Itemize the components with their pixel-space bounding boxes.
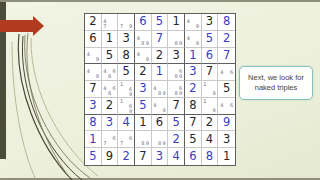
pencil-marks: 49 xyxy=(185,14,201,30)
cell-r6c6[interactable]: 7 xyxy=(168,98,185,115)
cell-r8c5[interactable]: 89 xyxy=(152,131,169,148)
pencil-marks: 689 xyxy=(168,81,184,97)
solved-digit: 1 xyxy=(156,66,163,78)
solved-digit: 5 xyxy=(156,16,163,28)
pencil-marks: 67 xyxy=(118,131,134,147)
solved-digit: 9 xyxy=(223,117,230,129)
solved-digit: 6 xyxy=(189,151,196,163)
cell-r5c3[interactable]: 169 xyxy=(118,81,135,98)
cell-r9c8[interactable]: 8 xyxy=(202,148,219,165)
cell-r7c7[interactable]: 7 xyxy=(185,115,202,132)
solved-digit: 8 xyxy=(206,151,213,163)
pencil-marks: 169 xyxy=(118,81,134,97)
solved-digit: 2 xyxy=(172,134,179,146)
cell-r8c7[interactable]: 5 xyxy=(185,131,202,148)
cell-r5c2[interactable]: 468 xyxy=(102,81,119,98)
cell-r5c6[interactable]: 689 xyxy=(168,81,185,98)
given-digit: 2 xyxy=(139,66,146,78)
cell-r6c9[interactable]: 46 xyxy=(218,98,235,115)
cell-r4c7[interactable]: 3 xyxy=(185,64,202,81)
given-digit: 2 xyxy=(89,16,96,28)
cell-r3c4[interactable]: 49 xyxy=(135,48,152,65)
cell-r5c4[interactable]: 3 xyxy=(135,81,152,98)
given-digit: 3 xyxy=(223,134,230,146)
cell-r3c8[interactable]: 6 xyxy=(202,48,219,65)
solved-digit: 5 xyxy=(139,100,146,112)
cell-r1c7[interactable]: 49 xyxy=(185,14,202,31)
cell-r7c5[interactable]: 6 xyxy=(152,115,169,132)
pencil-marks: 19 xyxy=(202,81,218,97)
cell-r3c1[interactable]: 49 xyxy=(85,48,102,65)
cell-r6c3[interactable]: 169 xyxy=(118,98,135,115)
cell-r7c9[interactable]: 9 xyxy=(218,115,235,132)
given-digit: 8 xyxy=(189,100,196,112)
pencil-marks: 46 xyxy=(218,98,235,114)
given-digit: 7 xyxy=(206,66,213,78)
cell-r3c2[interactable]: 5 xyxy=(102,48,119,65)
given-digit: 2 xyxy=(106,100,113,112)
cell-r3c6[interactable]: 3 xyxy=(168,48,185,65)
given-digit: 8 xyxy=(122,50,129,62)
solved-digit: 3 xyxy=(156,151,163,163)
given-digit: 3 xyxy=(172,50,179,62)
solved-digit: 3 xyxy=(189,66,196,78)
cell-r2c3[interactable]: 3 xyxy=(118,31,135,48)
pencil-marks: 489 xyxy=(135,31,151,47)
given-digit: 7 xyxy=(89,83,96,95)
cell-r4c9[interactable]: 46 xyxy=(218,64,235,81)
given-digit: 3 xyxy=(122,33,129,45)
cell-r3c9[interactable]: 7 xyxy=(218,48,235,65)
pencil-marks: 169 xyxy=(118,98,134,114)
solved-digit: 1 xyxy=(89,134,96,146)
cell-r6c2[interactable]: 2 xyxy=(102,98,119,115)
cell-r1c9[interactable]: 8 xyxy=(218,14,235,31)
cell-r9c9[interactable]: 1 xyxy=(218,148,235,165)
given-digit: 7 xyxy=(172,100,179,112)
pencil-marks: 49 xyxy=(135,48,151,64)
cell-r2c6[interactable]: 89 xyxy=(168,31,185,48)
given-digit: 4 xyxy=(206,134,213,146)
cell-r4c2[interactable]: 468 xyxy=(102,64,119,81)
solved-digit: 6 xyxy=(206,50,213,62)
cell-r6c1[interactable]: 3 xyxy=(85,98,102,115)
cell-r9c4[interactable]: 7 xyxy=(135,148,152,165)
cell-r1c4[interactable]: 6 xyxy=(135,14,152,31)
cell-r6c8[interactable]: 19 xyxy=(202,98,219,115)
cell-r6c4[interactable]: 5 xyxy=(135,98,152,115)
given-digit: 5 xyxy=(189,134,196,146)
cell-r8c1[interactable]: 1 xyxy=(85,131,102,148)
cell-r4c4[interactable]: 2 xyxy=(135,64,152,81)
solved-digit: 2 xyxy=(122,151,129,163)
cell-r1c3[interactable]: 79 xyxy=(118,14,135,31)
given-digit: 7 xyxy=(189,117,196,129)
cell-r6c5[interactable]: 49 xyxy=(152,98,169,115)
cell-r8c8[interactable]: 4 xyxy=(202,131,219,148)
solved-digit: 2 xyxy=(189,83,196,95)
cell-r1c6[interactable]: 1 xyxy=(168,14,185,31)
pencil-marks: 468 xyxy=(102,64,118,80)
solved-digit: 6 xyxy=(139,16,146,28)
pencil-marks: 19 xyxy=(202,98,218,114)
cell-r2c1[interactable]: 6 xyxy=(85,31,102,48)
cell-r7c6[interactable]: 5 xyxy=(168,115,185,132)
pencil-marks: 67 xyxy=(102,131,118,147)
solved-digit: 3 xyxy=(106,117,113,129)
given-digit: 2 xyxy=(156,50,163,62)
cell-r4c5[interactable]: 1 xyxy=(152,64,169,81)
given-digit: 2 xyxy=(206,117,213,129)
given-digit: 9 xyxy=(106,151,113,163)
cell-r7c8[interactable]: 2 xyxy=(202,115,219,132)
cell-r8c9[interactable]: 3 xyxy=(218,131,235,148)
pencil-marks: 89 xyxy=(168,31,184,47)
cell-r9c7[interactable]: 6 xyxy=(185,148,202,165)
given-digit: 3 xyxy=(206,16,213,28)
cell-r2c5[interactable]: 7 xyxy=(152,31,169,48)
pencil-marks: 79 xyxy=(118,14,134,30)
pencil-marks: 89 xyxy=(152,131,168,147)
cell-r3c5[interactable]: 2 xyxy=(152,48,169,65)
cell-r8c4[interactable]: 89 xyxy=(135,131,152,148)
pencil-marks: 89 xyxy=(135,131,151,147)
cell-r4c1[interactable]: 49 xyxy=(85,64,102,81)
cell-r7c3[interactable]: 4 xyxy=(118,115,135,132)
cell-r1c2[interactable]: 47 xyxy=(102,14,119,31)
given-digit: 5 xyxy=(106,50,113,62)
given-digit: 1 xyxy=(172,16,179,28)
pencil-marks: 689 xyxy=(168,64,184,80)
given-digit: 1 xyxy=(139,117,146,129)
cell-r4c6[interactable]: 689 xyxy=(168,64,185,81)
solved-digit: 7 xyxy=(156,33,163,45)
callout: Next, we look for naked triples xyxy=(239,66,313,100)
solved-digit: 3 xyxy=(139,83,146,95)
solved-digit: 5 xyxy=(206,33,213,45)
solved-digit: 4 xyxy=(172,151,179,163)
cell-r7c1[interactable]: 8 xyxy=(85,115,102,132)
pencil-marks: 49 xyxy=(85,48,101,64)
cell-r7c4[interactable]: 1 xyxy=(135,115,152,132)
cell-r4c8[interactable]: 7 xyxy=(202,64,219,81)
given-digit: 5 xyxy=(223,83,230,95)
pencil-marks: 49 xyxy=(85,64,101,80)
cell-r1c1[interactable]: 2 xyxy=(85,14,102,31)
cell-r2c9[interactable]: 2 xyxy=(218,31,235,48)
cell-r5c9[interactable]: 5 xyxy=(218,81,235,98)
cell-r2c2[interactable]: 1 xyxy=(102,31,119,48)
solved-digit: 3 xyxy=(89,100,96,112)
cell-r3c7[interactable]: 1 xyxy=(185,48,202,65)
cell-r9c1[interactable]: 5 xyxy=(85,148,102,165)
cell-r2c4[interactable]: 489 xyxy=(135,31,152,48)
solved-digit: 5 xyxy=(89,151,96,163)
cell-r6c7[interactable]: 8 xyxy=(185,98,202,115)
solved-digit: 8 xyxy=(89,117,96,129)
solved-digit: 4 xyxy=(122,117,129,129)
pencil-marks: 49 xyxy=(185,31,201,47)
given-digit: 1 xyxy=(106,33,113,45)
cell-r5c8[interactable]: 19 xyxy=(202,81,219,98)
cell-r9c5[interactable]: 3 xyxy=(152,148,169,165)
cell-r2c7[interactable]: 49 xyxy=(185,31,202,48)
given-digit: 6 xyxy=(89,33,96,45)
solved-digit: 7 xyxy=(223,50,230,62)
cell-r9c3[interactable]: 2 xyxy=(118,148,135,165)
given-digit: 6 xyxy=(156,117,163,129)
cell-r2c8[interactable]: 5 xyxy=(202,31,219,48)
pencil-marks: 46 xyxy=(218,64,235,80)
cell-r5c1[interactable]: 7 xyxy=(85,81,102,98)
slide-background: 2477965149386134897894952495849231674946… xyxy=(0,0,320,180)
cell-r5c5[interactable]: 489 xyxy=(152,81,169,98)
solved-digit: 5 xyxy=(172,117,179,129)
cell-r4c3[interactable]: 5 xyxy=(118,64,135,81)
given-digit: 7 xyxy=(139,151,146,163)
cell-r8c2[interactable]: 67 xyxy=(102,131,119,148)
cell-r3c3[interactable]: 8 xyxy=(118,48,135,65)
given-digit: 1 xyxy=(223,151,230,163)
sudoku-grid: 2477965149386134897894952495849231674946… xyxy=(84,13,236,166)
cell-r9c2[interactable]: 9 xyxy=(102,148,119,165)
cell-r7c2[interactable]: 3 xyxy=(102,115,119,132)
cell-r9c6[interactable]: 4 xyxy=(168,148,185,165)
solved-digit: 8 xyxy=(223,16,230,28)
cell-r8c3[interactable]: 67 xyxy=(118,131,135,148)
pencil-marks: 489 xyxy=(152,81,168,97)
cell-r1c5[interactable]: 5 xyxy=(152,14,169,31)
cell-r1c8[interactable]: 3 xyxy=(202,14,219,31)
pencil-marks: 47 xyxy=(102,14,118,30)
callout-text: Next, we look for naked triples xyxy=(240,73,312,93)
pencil-marks: 49 xyxy=(152,98,168,114)
solved-digit: 2 xyxy=(223,33,230,45)
pencil-marks: 468 xyxy=(102,81,118,97)
given-digit: 5 xyxy=(122,66,129,78)
cell-r5c7[interactable]: 2 xyxy=(185,81,202,98)
solved-digit: 1 xyxy=(189,50,196,62)
red-arrow-banner xyxy=(0,16,44,36)
cell-r8c6[interactable]: 2 xyxy=(168,131,185,148)
